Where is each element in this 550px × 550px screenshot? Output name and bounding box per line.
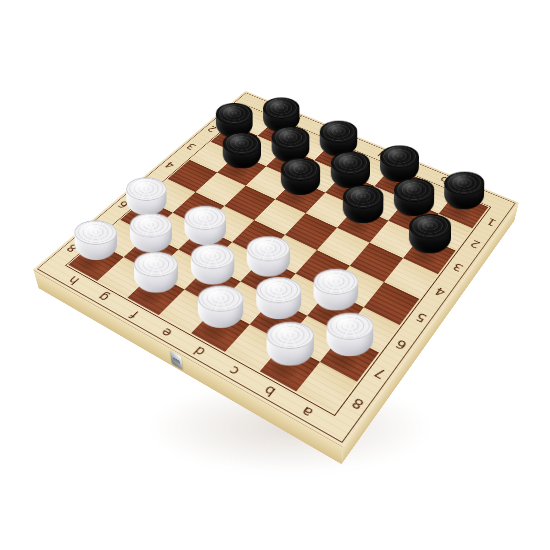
checker-white-b6[interactable]: [313, 269, 358, 311]
checker-top: [256, 277, 301, 303]
checker-white-g7[interactable]: [129, 213, 172, 253]
checker-black-a3[interactable]: [409, 214, 452, 254]
checker-black-c3[interactable]: [342, 185, 383, 223]
checker-white-h6[interactable]: [126, 178, 167, 216]
checker-top: [246, 236, 289, 261]
checker-top: [281, 158, 321, 181]
checker-white-f6[interactable]: [184, 206, 226, 245]
checker-top: [216, 103, 253, 125]
checker-top: [74, 220, 117, 245]
checker-top: [222, 133, 260, 155]
checker-top: [331, 152, 370, 175]
checker-top: [263, 98, 300, 120]
checker-black-a1[interactable]: [444, 172, 485, 210]
product-photo-stage: abcdefgh abcdefgh 87654321 87654321: [0, 0, 550, 550]
checker-black-e3[interactable]: [281, 158, 321, 195]
checker-white-d6[interactable]: [246, 236, 289, 276]
checker-white-f8[interactable]: [133, 252, 177, 293]
checker-black-d2[interactable]: [331, 152, 370, 189]
checker-white-b8[interactable]: [266, 322, 313, 366]
checker-top: [197, 286, 243, 312]
box-metal-latch: [170, 351, 183, 370]
checker-black-b2[interactable]: [394, 178, 435, 216]
checker-top: [190, 244, 234, 269]
checker-black-c1[interactable]: [380, 146, 419, 183]
checker-white-d8[interactable]: [197, 286, 243, 328]
checker-white-c7[interactable]: [256, 277, 301, 319]
checker-black-g3[interactable]: [222, 133, 260, 169]
checker-top: [320, 121, 358, 143]
checker-top: [129, 213, 171, 238]
checker-top: [133, 252, 177, 277]
checker-white-e7[interactable]: [190, 244, 234, 285]
checker-white-a7[interactable]: [326, 313, 373, 357]
checker-white-h8[interactable]: [74, 220, 117, 260]
checker-top: [266, 322, 313, 349]
checker-top: [126, 178, 167, 202]
checker-top: [184, 206, 226, 230]
checker-top: [271, 127, 309, 149]
